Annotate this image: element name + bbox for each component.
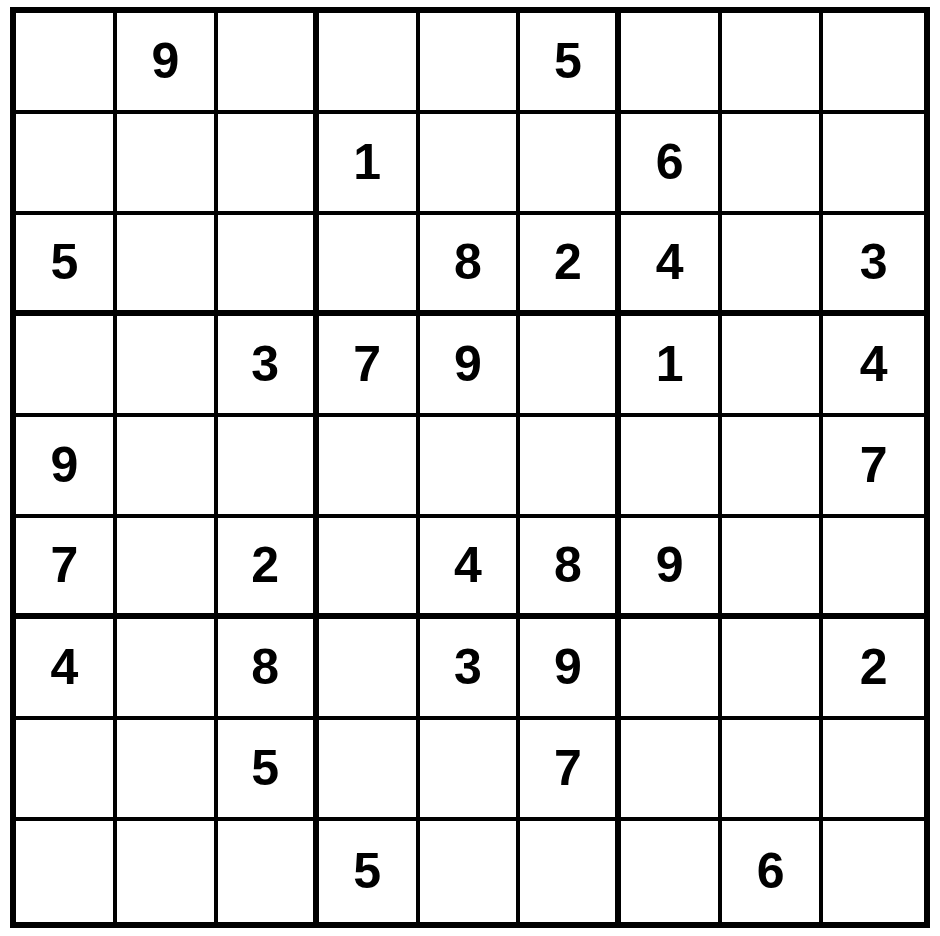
cell-r2c7: 6 [621, 114, 722, 215]
cell-r1c6: 5 [520, 13, 621, 114]
given-digit: 4 [860, 339, 888, 389]
cell-r2c1[interactable] [16, 114, 117, 215]
given-digit: 6 [656, 137, 684, 187]
given-digit: 8 [251, 642, 279, 692]
given-digit: 7 [353, 339, 381, 389]
cell-r6c8[interactable] [722, 518, 823, 619]
cell-r8c5[interactable] [420, 720, 521, 821]
given-digit: 1 [353, 137, 381, 187]
cell-r3c1: 5 [16, 215, 117, 316]
cell-r7c6: 9 [520, 619, 621, 720]
sudoku-board: 951658243379149772489483925756 [10, 7, 930, 928]
cell-r8c8[interactable] [722, 720, 823, 821]
cell-r2c3[interactable] [218, 114, 319, 215]
cell-r6c9[interactable] [823, 518, 924, 619]
cell-r2c9[interactable] [823, 114, 924, 215]
cell-r4c4: 7 [319, 316, 420, 417]
cell-r8c1[interactable] [16, 720, 117, 821]
cell-r4c6[interactable] [520, 316, 621, 417]
cell-r3c7: 4 [621, 215, 722, 316]
cell-r1c8[interactable] [722, 13, 823, 114]
given-digit: 8 [454, 237, 482, 287]
cell-r8c3: 5 [218, 720, 319, 821]
cell-r6c4[interactable] [319, 518, 420, 619]
cell-r3c3[interactable] [218, 215, 319, 316]
cell-r1c7[interactable] [621, 13, 722, 114]
given-digit: 9 [151, 36, 179, 86]
cell-r5c9: 7 [823, 417, 924, 518]
cell-r5c7[interactable] [621, 417, 722, 518]
cell-r5c5[interactable] [420, 417, 521, 518]
given-digit: 4 [51, 642, 79, 692]
cell-r3c4[interactable] [319, 215, 420, 316]
given-digit: 2 [251, 540, 279, 590]
cell-r9c3[interactable] [218, 821, 319, 922]
cell-r1c1[interactable] [16, 13, 117, 114]
given-digit: 3 [454, 642, 482, 692]
cell-r6c7: 9 [621, 518, 722, 619]
cell-r3c6: 2 [520, 215, 621, 316]
given-digit: 2 [860, 642, 888, 692]
given-digit: 9 [656, 540, 684, 590]
cell-r9c8: 6 [722, 821, 823, 922]
given-digit: 3 [860, 237, 888, 287]
cell-r5c2[interactable] [117, 417, 218, 518]
cell-r6c5: 4 [420, 518, 521, 619]
given-digit: 1 [656, 339, 684, 389]
cell-r1c5[interactable] [420, 13, 521, 114]
given-digit: 4 [454, 540, 482, 590]
cell-r4c5: 9 [420, 316, 521, 417]
cell-r1c4[interactable] [319, 13, 420, 114]
cell-r2c8[interactable] [722, 114, 823, 215]
cell-r1c3[interactable] [218, 13, 319, 114]
cell-r3c2[interactable] [117, 215, 218, 316]
given-digit: 9 [51, 440, 79, 490]
cell-r6c6: 8 [520, 518, 621, 619]
given-digit: 5 [51, 237, 79, 287]
given-digit: 9 [454, 339, 482, 389]
given-digit: 7 [554, 743, 582, 793]
cell-r8c6: 7 [520, 720, 621, 821]
given-digit: 8 [554, 540, 582, 590]
cell-r8c9[interactable] [823, 720, 924, 821]
cell-r4c9: 4 [823, 316, 924, 417]
cell-r3c5: 8 [420, 215, 521, 316]
cell-r8c7[interactable] [621, 720, 722, 821]
cell-r2c6[interactable] [520, 114, 621, 215]
cell-r4c7: 1 [621, 316, 722, 417]
cell-r5c6[interactable] [520, 417, 621, 518]
given-digit: 7 [860, 440, 888, 490]
cell-r5c1: 9 [16, 417, 117, 518]
cell-r2c2[interactable] [117, 114, 218, 215]
cell-r7c3: 8 [218, 619, 319, 720]
cell-r5c3[interactable] [218, 417, 319, 518]
cell-r6c1: 7 [16, 518, 117, 619]
cell-r6c3: 2 [218, 518, 319, 619]
cell-r5c8[interactable] [722, 417, 823, 518]
cell-r7c1: 4 [16, 619, 117, 720]
cell-r7c8[interactable] [722, 619, 823, 720]
cell-r7c4[interactable] [319, 619, 420, 720]
cell-r4c1[interactable] [16, 316, 117, 417]
cell-r2c4: 1 [319, 114, 420, 215]
cell-r4c8[interactable] [722, 316, 823, 417]
cell-r7c7[interactable] [621, 619, 722, 720]
given-digit: 9 [554, 642, 582, 692]
cell-r8c4[interactable] [319, 720, 420, 821]
cell-r8c2[interactable] [117, 720, 218, 821]
cell-r5c4[interactable] [319, 417, 420, 518]
given-digit: 3 [251, 339, 279, 389]
given-digit: 6 [757, 846, 785, 896]
cell-r9c9[interactable] [823, 821, 924, 922]
cell-r9c1[interactable] [16, 821, 117, 922]
cell-r7c2[interactable] [117, 619, 218, 720]
cell-r2c5[interactable] [420, 114, 521, 215]
cell-r1c9[interactable] [823, 13, 924, 114]
given-digit: 5 [554, 36, 582, 86]
cell-r3c9: 3 [823, 215, 924, 316]
cell-r9c5[interactable] [420, 821, 521, 922]
given-digit: 4 [656, 237, 684, 287]
cell-r9c7[interactable] [621, 821, 722, 922]
cell-r7c5: 3 [420, 619, 521, 720]
given-digit: 7 [51, 540, 79, 590]
given-digit: 5 [353, 846, 381, 896]
cell-r7c9: 2 [823, 619, 924, 720]
cell-r9c4: 5 [319, 821, 420, 922]
cell-r4c2[interactable] [117, 316, 218, 417]
cell-r6c2[interactable] [117, 518, 218, 619]
cell-r3c8[interactable] [722, 215, 823, 316]
cell-r9c2[interactable] [117, 821, 218, 922]
cell-r4c3: 3 [218, 316, 319, 417]
cell-r9c6[interactable] [520, 821, 621, 922]
given-digit: 2 [554, 237, 582, 287]
cell-r1c2: 9 [117, 13, 218, 114]
given-digit: 5 [251, 743, 279, 793]
